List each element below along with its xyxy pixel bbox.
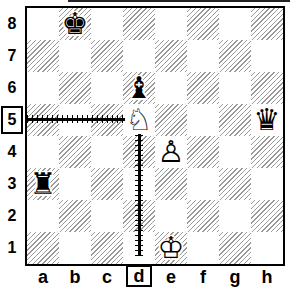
square-f8 (187, 8, 219, 40)
white-knight-piece: ♘ (126, 104, 153, 136)
square-g7 (219, 40, 251, 72)
square-f3 (187, 168, 219, 200)
square-e1: ♔ (155, 232, 187, 264)
square-b8: ♚ (59, 8, 91, 40)
square-c1 (91, 232, 123, 264)
square-f5 (187, 104, 219, 136)
square-h5: ♛ (251, 104, 283, 136)
rank-label-7: 7 (1, 40, 23, 72)
board-frame: ♚♝♘♛♙♜♔ (25, 6, 285, 266)
square-h4 (251, 136, 283, 168)
rank-label-6: 6 (1, 72, 23, 104)
square-a6 (27, 72, 59, 104)
square-e7 (155, 40, 187, 72)
square-g6 (219, 72, 251, 104)
square-h3 (251, 168, 283, 200)
square-a8 (27, 8, 59, 40)
square-a3: ♜ (27, 168, 59, 200)
file-label-h: h (251, 266, 283, 288)
square-a7 (27, 40, 59, 72)
white-pawn-piece: ♙ (158, 136, 185, 168)
square-g5 (219, 104, 251, 136)
square-c8 (91, 8, 123, 40)
square-b4 (59, 136, 91, 168)
rank-label-5-boxed: 5 (1, 106, 23, 134)
square-c3 (91, 168, 123, 200)
square-e2 (155, 200, 187, 232)
file-label-f: f (187, 266, 219, 288)
file-label-a: a (27, 266, 59, 288)
square-b3 (59, 168, 91, 200)
square-g2 (219, 200, 251, 232)
square-g3 (219, 168, 251, 200)
d-file-indicator-line (135, 134, 143, 256)
square-b1 (59, 232, 91, 264)
square-e4: ♙ (155, 136, 187, 168)
square-g4 (219, 136, 251, 168)
square-c2 (91, 200, 123, 232)
square-c7 (91, 40, 123, 72)
rank-label-4: 4 (1, 136, 23, 168)
file-label-e: e (155, 266, 187, 288)
chess-diagram-page: ♚♝♘♛♙♜♔ 87654321 abcdefgh (0, 0, 290, 292)
rank-label-3: 3 (1, 168, 23, 200)
square-e8 (155, 8, 187, 40)
square-g8 (219, 8, 251, 40)
square-d7 (123, 40, 155, 72)
square-d8 (123, 8, 155, 40)
square-b6 (59, 72, 91, 104)
rank-label-8: 8 (1, 8, 23, 40)
file-label-g: g (219, 266, 251, 288)
square-f4 (187, 136, 219, 168)
file-label-c: c (91, 266, 123, 288)
chessboard: ♚♝♘♛♙♜♔ (27, 8, 283, 264)
black-rook-piece: ♜ (30, 168, 57, 200)
file-label-b: b (59, 266, 91, 288)
square-h8 (251, 8, 283, 40)
square-f7 (187, 40, 219, 72)
square-c6 (91, 72, 123, 104)
square-d6: ♝ (123, 72, 155, 104)
square-a2 (27, 200, 59, 232)
square-a4 (27, 136, 59, 168)
square-h1 (251, 232, 283, 264)
black-king-piece: ♚ (62, 8, 89, 40)
square-e3 (155, 168, 187, 200)
square-d5: ♘ (123, 104, 155, 136)
square-h2 (251, 200, 283, 232)
square-a1 (27, 232, 59, 264)
square-g1 (219, 232, 251, 264)
square-c4 (91, 136, 123, 168)
black-bishop-piece: ♝ (126, 72, 153, 104)
square-f6 (187, 72, 219, 104)
square-f1 (187, 232, 219, 264)
square-f2 (187, 200, 219, 232)
square-h7 (251, 40, 283, 72)
square-b7 (59, 40, 91, 72)
square-e6 (155, 72, 187, 104)
rank-label-2: 2 (1, 200, 23, 232)
black-queen-piece: ♛ (254, 104, 281, 136)
square-b2 (59, 200, 91, 232)
page-top-rule (68, 0, 290, 2)
square-e5 (155, 104, 187, 136)
square-h6 (251, 72, 283, 104)
white-king-piece: ♔ (158, 232, 185, 264)
rank-5-indicator-line (27, 115, 125, 123)
file-label-d-boxed: d (126, 265, 152, 287)
rank-label-1: 1 (1, 232, 23, 264)
